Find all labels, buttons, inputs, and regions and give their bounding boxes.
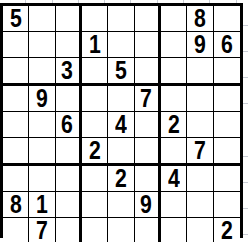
given-digit: 2 xyxy=(89,138,101,163)
cell-r2c8[interactable]: 9 xyxy=(187,32,213,58)
cell-r4c8[interactable] xyxy=(187,86,213,112)
given-digit: 8 xyxy=(194,6,206,31)
cell-r1c8[interactable]: 8 xyxy=(187,6,213,32)
cell-r4c1[interactable] xyxy=(3,86,29,112)
cell-r4c5[interactable] xyxy=(108,86,134,112)
spreadsheet-gridline-sliver-right xyxy=(243,0,248,242)
cell-r8c2[interactable]: 1 xyxy=(29,192,55,218)
given-digit: 5 xyxy=(10,6,22,31)
cell-r3c4[interactable] xyxy=(82,58,108,86)
given-digit: 2 xyxy=(221,218,233,242)
cell-r5c5[interactable]: 4 xyxy=(108,112,134,138)
cell-r1c4[interactable] xyxy=(82,6,108,32)
cell-r1c6[interactable] xyxy=(135,6,161,32)
cell-r3c5[interactable]: 5 xyxy=(108,58,134,86)
cell-r3c3[interactable]: 3 xyxy=(56,58,82,86)
cell-r5c2[interactable] xyxy=(29,112,55,138)
cell-r4c6[interactable]: 7 xyxy=(135,86,161,112)
cell-r5c1[interactable] xyxy=(3,112,29,138)
cell-r7c8[interactable] xyxy=(187,166,213,192)
cell-r8c4[interactable] xyxy=(82,192,108,218)
cell-r9c4[interactable] xyxy=(82,218,108,242)
cell-r7c6[interactable] xyxy=(135,166,161,192)
given-digit: 9 xyxy=(36,86,48,111)
given-digit: 7 xyxy=(194,138,206,163)
cell-r5c8[interactable] xyxy=(187,112,213,138)
cell-r8c6[interactable]: 9 xyxy=(135,192,161,218)
cell-r1c7[interactable] xyxy=(161,6,187,32)
cell-r8c1[interactable]: 8 xyxy=(3,192,29,218)
cell-r7c3[interactable] xyxy=(56,166,82,192)
cell-r1c3[interactable] xyxy=(56,6,82,32)
cell-r9c1[interactable] xyxy=(3,218,29,242)
sudoku-screenshot: 581963597642272481972 xyxy=(0,0,248,242)
cell-r7c5[interactable]: 2 xyxy=(108,166,134,192)
cell-r5c7[interactable]: 2 xyxy=(161,112,187,138)
sudoku-board: 581963597642272481972 xyxy=(0,3,243,238)
cell-r9c3[interactable] xyxy=(56,218,82,242)
given-digit: 9 xyxy=(194,32,206,57)
cell-r7c2[interactable] xyxy=(29,166,55,192)
cell-r2c2[interactable] xyxy=(29,32,55,58)
cell-r2c1[interactable] xyxy=(3,32,29,58)
given-digit: 1 xyxy=(89,32,101,57)
cell-r7c1[interactable] xyxy=(3,166,29,192)
cell-r8c5[interactable] xyxy=(108,192,134,218)
cell-r2c6[interactable] xyxy=(135,32,161,58)
cell-r2c7[interactable] xyxy=(161,32,187,58)
cell-r1c1[interactable]: 5 xyxy=(3,6,29,32)
cell-r4c2[interactable]: 9 xyxy=(29,86,55,112)
cell-r9c2[interactable]: 7 xyxy=(29,218,55,242)
given-digit: 7 xyxy=(140,86,152,111)
cell-r1c9[interactable] xyxy=(214,6,240,32)
given-digit: 4 xyxy=(168,166,180,191)
cell-r7c9[interactable] xyxy=(214,166,240,192)
cell-r2c4[interactable]: 1 xyxy=(82,32,108,58)
cell-r3c2[interactable] xyxy=(29,58,55,86)
cell-r2c9[interactable]: 6 xyxy=(214,32,240,58)
cell-r9c6[interactable] xyxy=(135,218,161,242)
cell-r6c8[interactable]: 7 xyxy=(187,138,213,166)
cell-r4c4[interactable] xyxy=(82,86,108,112)
given-digit: 3 xyxy=(61,58,73,83)
cell-r6c6[interactable] xyxy=(135,138,161,166)
cell-r6c2[interactable] xyxy=(29,138,55,166)
cell-r3c1[interactable] xyxy=(3,58,29,86)
cell-r5c3[interactable]: 6 xyxy=(56,112,82,138)
cell-r5c9[interactable] xyxy=(214,112,240,138)
given-digit: 2 xyxy=(168,112,180,137)
cell-r6c7[interactable] xyxy=(161,138,187,166)
cell-r4c3[interactable] xyxy=(56,86,82,112)
given-digit: 5 xyxy=(115,58,127,83)
cell-r3c9[interactable] xyxy=(214,58,240,86)
cell-r8c9[interactable] xyxy=(214,192,240,218)
cell-r5c6[interactable] xyxy=(135,112,161,138)
given-digit: 9 xyxy=(140,192,152,217)
cell-r6c1[interactable] xyxy=(3,138,29,166)
cell-r6c9[interactable] xyxy=(214,138,240,166)
given-digit: 7 xyxy=(36,218,48,242)
given-digit: 6 xyxy=(221,32,233,57)
cell-r8c7[interactable] xyxy=(161,192,187,218)
given-digit: 2 xyxy=(115,166,127,191)
given-digit: 4 xyxy=(115,112,127,137)
cell-r8c3[interactable] xyxy=(56,192,82,218)
cell-r4c9[interactable] xyxy=(214,86,240,112)
cell-r9c7[interactable] xyxy=(161,218,187,242)
cell-r9c5[interactable] xyxy=(108,218,134,242)
given-digit: 8 xyxy=(10,192,22,217)
cell-r6c3[interactable] xyxy=(56,138,82,166)
cell-r9c9[interactable]: 2 xyxy=(214,218,240,242)
cell-r3c7[interactable] xyxy=(161,58,187,86)
cell-r4c7[interactable] xyxy=(161,86,187,112)
cell-r6c5[interactable] xyxy=(108,138,134,166)
cell-r9c8[interactable] xyxy=(187,218,213,242)
cell-r2c5[interactable] xyxy=(108,32,134,58)
given-digit: 1 xyxy=(36,192,48,217)
cell-r1c2[interactable] xyxy=(29,6,55,32)
cell-r6c4[interactable]: 2 xyxy=(82,138,108,166)
given-digit: 6 xyxy=(61,112,73,137)
cell-r7c4[interactable] xyxy=(82,166,108,192)
cell-r7c7[interactable]: 4 xyxy=(161,166,187,192)
cell-r1c5[interactable] xyxy=(108,6,134,32)
cell-r8c8[interactable] xyxy=(187,192,213,218)
cell-r5c4[interactable] xyxy=(82,112,108,138)
cell-r3c6[interactable] xyxy=(135,58,161,86)
cell-r3c8[interactable] xyxy=(187,58,213,86)
cell-r2c3[interactable] xyxy=(56,32,82,58)
